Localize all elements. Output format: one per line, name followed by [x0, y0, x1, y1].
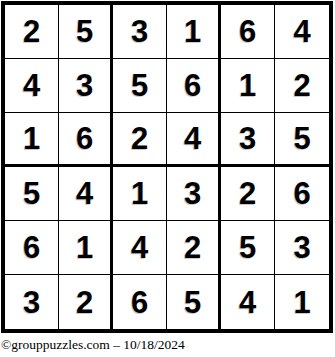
cell-r4c6: 6 — [275, 167, 329, 221]
cell-r4c3: 1 — [113, 167, 167, 221]
cell-r4c1: 5 — [5, 167, 59, 221]
cell-r2c5: 1 — [221, 59, 275, 113]
cell-r1c6: 4 — [275, 5, 329, 59]
cell-r5c3: 4 — [113, 221, 167, 275]
cell-r6c5: 4 — [221, 275, 275, 329]
cell-r5c1: 6 — [5, 221, 59, 275]
cell-r5c6: 3 — [275, 221, 329, 275]
cell-r1c5: 6 — [221, 5, 275, 59]
cell-r6c4: 5 — [167, 275, 221, 329]
cell-r3c2: 6 — [59, 113, 113, 167]
cell-r5c2: 1 — [59, 221, 113, 275]
cell-r1c4: 1 — [167, 5, 221, 59]
cell-r3c6: 5 — [275, 113, 329, 167]
cell-r2c3: 5 — [113, 59, 167, 113]
cell-r6c1: 3 — [5, 275, 59, 329]
cell-r3c3: 2 — [113, 113, 167, 167]
cell-r1c2: 5 — [59, 5, 113, 59]
cell-r5c5: 5 — [221, 221, 275, 275]
cell-r3c1: 1 — [5, 113, 59, 167]
cell-r3c5: 3 — [221, 113, 275, 167]
cell-r4c5: 2 — [221, 167, 275, 221]
cell-r1c3: 3 — [113, 5, 167, 59]
cell-r2c6: 2 — [275, 59, 329, 113]
cell-r6c2: 2 — [59, 275, 113, 329]
cell-r2c4: 6 — [167, 59, 221, 113]
cell-r3c4: 4 — [167, 113, 221, 167]
cell-r2c2: 3 — [59, 59, 113, 113]
cell-r4c4: 3 — [167, 167, 221, 221]
footer-credit: ©grouppuzzles.com – 10/18/2024 — [1, 337, 185, 353]
cell-r6c6: 1 — [275, 275, 329, 329]
cell-r6c3: 6 — [113, 275, 167, 329]
cell-r4c2: 4 — [59, 167, 113, 221]
cell-r1c1: 2 — [5, 5, 59, 59]
cell-r2c1: 4 — [5, 59, 59, 113]
sudoku-board: 253164435612162435541326614253326541 — [1, 1, 333, 333]
cell-r5c4: 2 — [167, 221, 221, 275]
